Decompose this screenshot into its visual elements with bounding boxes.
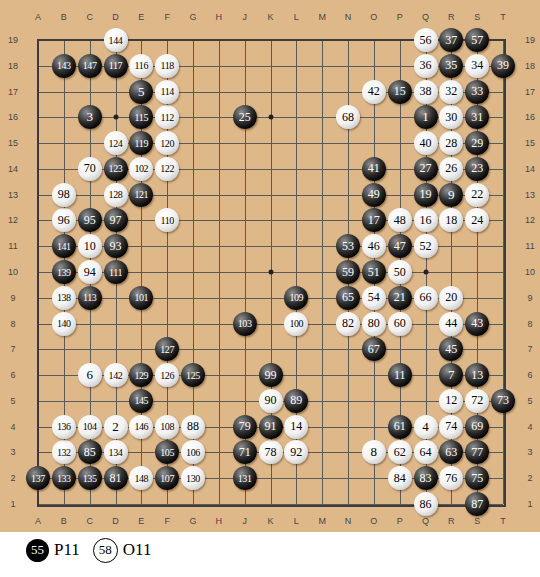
stone-black-s4[interactable]: 69 <box>465 415 489 439</box>
coordinate-label-right-3: 3 <box>527 447 532 457</box>
coordinate-label-bottom-p: P <box>397 516 403 526</box>
coordinate-label-bottom-j: J <box>242 516 247 526</box>
coordinate-label-left-5: 5 <box>10 396 15 406</box>
stone-white-q3[interactable]: 64 <box>414 440 438 464</box>
coordinate-label-top-q: Q <box>422 12 429 22</box>
stone-white-b13[interactable]: 98 <box>52 183 76 207</box>
coordinate-label-left-14: 14 <box>8 164 18 174</box>
stone-white-n8[interactable]: 82 <box>336 312 360 336</box>
coordinate-label-right-5: 5 <box>527 396 532 406</box>
stone-black-c12[interactable]: 95 <box>78 208 102 232</box>
stone-white-p2[interactable]: 84 <box>388 466 412 490</box>
stone-black-r6[interactable]: 7 <box>439 363 463 387</box>
stone-white-q4[interactable]: 4 <box>414 415 438 439</box>
coordinate-label-left-13: 13 <box>8 190 18 200</box>
coordinate-label-bottom-m: M <box>318 516 326 526</box>
stone-white-o8[interactable]: 80 <box>362 312 386 336</box>
stone-white-r14[interactable]: 26 <box>439 157 463 181</box>
stone-black-q2[interactable]: 83 <box>414 466 438 490</box>
stone-black-s19[interactable]: 57 <box>465 28 489 52</box>
coordinate-label-left-18: 18 <box>8 61 18 71</box>
stone-black-f2[interactable]: 107 <box>155 466 179 490</box>
stone-white-d6[interactable]: 142 <box>104 363 128 387</box>
stone-white-g2[interactable]: 130 <box>181 466 205 490</box>
stone-black-o10[interactable]: 51 <box>362 260 386 284</box>
stone-white-n16[interactable]: 68 <box>336 105 360 129</box>
coordinate-label-left-17: 17 <box>8 87 18 97</box>
stone-black-e13[interactable]: 121 <box>129 183 153 207</box>
stone-black-d14[interactable]: 123 <box>104 157 128 181</box>
stone-white-f14[interactable]: 122 <box>155 157 179 181</box>
stone-black-o12[interactable]: 17 <box>362 208 386 232</box>
stone-black-b2[interactable]: 133 <box>52 466 76 490</box>
stone-black-e16[interactable]: 115 <box>129 105 153 129</box>
stone-black-s17[interactable]: 33 <box>465 80 489 104</box>
stone-black-j4[interactable]: 79 <box>233 415 257 439</box>
coordinate-label-right-10: 10 <box>525 267 535 277</box>
stone-black-c3[interactable]: 85 <box>78 440 102 464</box>
stone-white-q15[interactable]: 40 <box>414 131 438 155</box>
stone-black-n9[interactable]: 65 <box>336 286 360 310</box>
stone-white-r16[interactable]: 30 <box>439 105 463 129</box>
stone-white-q19[interactable]: 56 <box>414 28 438 52</box>
stone-white-q12[interactable]: 16 <box>414 208 438 232</box>
coordinate-label-left-6: 6 <box>10 370 15 380</box>
stone-white-r12[interactable]: 18 <box>439 208 463 232</box>
stone-black-k4[interactable]: 91 <box>259 415 283 439</box>
stone-white-d3[interactable]: 134 <box>104 440 128 464</box>
caption-point-label: P11 <box>54 540 80 560</box>
stone-white-q9[interactable]: 66 <box>414 286 438 310</box>
stone-black-k6[interactable]: 99 <box>259 363 283 387</box>
star-point-k16 <box>268 115 273 120</box>
coordinate-label-bottom-k: K <box>267 516 273 526</box>
stone-white-p8[interactable]: 60 <box>388 312 412 336</box>
stone-white-k3[interactable]: 78 <box>259 440 283 464</box>
coordinate-label-top-k: K <box>267 12 273 22</box>
coordinate-label-right-4: 4 <box>527 422 532 432</box>
stone-white-d4[interactable]: 2 <box>104 415 128 439</box>
coordinate-label-top-m: M <box>318 12 326 22</box>
stone-black-c2[interactable]: 135 <box>78 466 102 490</box>
stone-black-f3[interactable]: 105 <box>155 440 179 464</box>
stone-white-c6[interactable]: 6 <box>78 363 102 387</box>
stone-white-f17[interactable]: 114 <box>155 80 179 104</box>
coordinate-label-left-3: 3 <box>10 447 15 457</box>
stone-black-t18[interactable]: 39 <box>491 54 515 78</box>
stone-white-s13[interactable]: 22 <box>465 183 489 207</box>
coordinate-label-top-e: E <box>138 12 144 22</box>
coordinate-label-bottom-r: R <box>448 516 455 526</box>
stone-black-r13[interactable]: 9 <box>439 183 463 207</box>
stone-black-o14[interactable]: 41 <box>362 157 386 181</box>
stone-black-c9[interactable]: 113 <box>78 286 102 310</box>
coordinate-label-top-g: G <box>189 12 196 22</box>
coordinate-label-right-6: 6 <box>527 370 532 380</box>
stone-black-s15[interactable]: 29 <box>465 131 489 155</box>
coordinate-label-bottom-s: S <box>474 516 480 526</box>
coordinate-label-bottom-n: N <box>345 516 352 526</box>
stone-black-j8[interactable]: 103 <box>233 312 257 336</box>
stone-white-l3[interactable]: 92 <box>284 440 308 464</box>
stone-white-c11[interactable]: 10 <box>78 234 102 258</box>
stone-white-b8[interactable]: 140 <box>52 312 76 336</box>
stone-black-l9[interactable]: 109 <box>284 286 308 310</box>
stone-white-e4[interactable]: 146 <box>129 415 153 439</box>
coordinate-label-bottom-l: L <box>294 516 299 526</box>
caption-point-label: O11 <box>123 540 152 560</box>
coordinate-label-top-f: F <box>164 12 170 22</box>
go-game-diagram: AABBCCDDEEFFGGHHJJKKLLMMNNOOPPQQRRSSTT19… <box>0 0 540 577</box>
stone-white-r15[interactable]: 28 <box>439 131 463 155</box>
coordinate-label-left-9: 9 <box>10 293 15 303</box>
coordinate-label-left-10: 10 <box>8 267 18 277</box>
stone-white-q17[interactable]: 38 <box>414 80 438 104</box>
stone-black-e9[interactable]: 101 <box>129 286 153 310</box>
stone-black-p4[interactable]: 61 <box>388 415 412 439</box>
coordinate-label-left-19: 19 <box>8 35 18 45</box>
coordinate-label-top-j: J <box>242 12 247 22</box>
coordinate-label-right-13: 13 <box>525 190 535 200</box>
stone-black-c18[interactable]: 147 <box>78 54 102 78</box>
stone-white-c4[interactable]: 104 <box>78 415 102 439</box>
coordinate-label-top-h: H <box>216 12 223 22</box>
coordinate-label-top-p: P <box>397 12 403 22</box>
coordinate-label-bottom-f: F <box>164 516 170 526</box>
stone-black-g6[interactable]: 125 <box>181 363 205 387</box>
stone-black-e5[interactable]: 145 <box>129 389 153 413</box>
stone-black-s2[interactable]: 75 <box>465 466 489 490</box>
stone-white-d13[interactable]: 128 <box>104 183 128 207</box>
stone-white-b9[interactable]: 138 <box>52 286 76 310</box>
coordinate-label-top-d: D <box>112 12 119 22</box>
stone-black-q13[interactable]: 19 <box>414 183 438 207</box>
coordinate-label-bottom-c: C <box>86 516 93 526</box>
go-board[interactable]: AABBCCDDEEFFGGHHJJKKLLMMNNOOPPQQRRSSTT19… <box>0 0 540 532</box>
stone-black-p9[interactable]: 21 <box>388 286 412 310</box>
stone-black-a2[interactable]: 137 <box>26 466 50 490</box>
coordinate-label-bottom-q: Q <box>422 516 429 526</box>
stone-white-r2[interactable]: 76 <box>439 466 463 490</box>
star-point-d16 <box>113 115 118 120</box>
coordinate-label-left-15: 15 <box>8 138 18 148</box>
stone-black-b18[interactable]: 143 <box>52 54 76 78</box>
coordinate-label-right-8: 8 <box>527 319 532 329</box>
coordinate-label-left-4: 4 <box>10 422 15 432</box>
stone-black-t5[interactable]: 73 <box>491 389 515 413</box>
stone-black-s16[interactable]: 31 <box>465 105 489 129</box>
stone-white-p10[interactable]: 50 <box>388 260 412 284</box>
stone-black-j3[interactable]: 71 <box>233 440 257 464</box>
coordinate-label-right-12: 12 <box>525 215 535 225</box>
coordinate-label-left-16: 16 <box>8 112 18 122</box>
coordinate-label-bottom-h: H <box>216 516 223 526</box>
coordinate-label-top-l: L <box>294 12 299 22</box>
coordinate-label-right-2: 2 <box>527 473 532 483</box>
coordinate-label-top-b: B <box>61 12 67 22</box>
stone-black-l5[interactable]: 89 <box>284 389 308 413</box>
stone-black-r3[interactable]: 63 <box>439 440 463 464</box>
stone-black-d10[interactable]: 111 <box>104 260 128 284</box>
stone-black-r7[interactable]: 45 <box>439 337 463 361</box>
stone-white-f18[interactable]: 118 <box>155 54 179 78</box>
stone-white-r9[interactable]: 20 <box>439 286 463 310</box>
stone-white-s5[interactable]: 72 <box>465 389 489 413</box>
stone-white-o3[interactable]: 8 <box>362 440 386 464</box>
stone-black-j2[interactable]: 131 <box>233 466 257 490</box>
stone-black-s6[interactable]: 13 <box>465 363 489 387</box>
stone-black-p6[interactable]: 11 <box>388 363 412 387</box>
coordinate-label-right-11: 11 <box>525 241 534 251</box>
stone-white-k5[interactable]: 90 <box>259 389 283 413</box>
stone-white-r5[interactable]: 12 <box>439 389 463 413</box>
stone-black-s3[interactable]: 77 <box>465 440 489 464</box>
stone-black-s1[interactable]: 87 <box>465 492 489 516</box>
coordinate-label-left-11: 11 <box>8 241 17 251</box>
stone-black-e6[interactable]: 129 <box>129 363 153 387</box>
stone-black-q14[interactable]: 27 <box>414 157 438 181</box>
coordinate-label-left-12: 12 <box>8 215 18 225</box>
stone-white-c14[interactable]: 70 <box>78 157 102 181</box>
stone-white-p3[interactable]: 62 <box>388 440 412 464</box>
caption-stone-black-55: 55 <box>26 539 49 562</box>
coordinate-label-top-r: R <box>448 12 455 22</box>
stone-white-e18[interactable]: 116 <box>129 54 153 78</box>
stone-black-j16[interactable]: 25 <box>233 105 257 129</box>
stone-white-s12[interactable]: 24 <box>465 208 489 232</box>
coordinate-label-right-16: 16 <box>525 112 535 122</box>
coordinate-label-top-a: A <box>35 12 41 22</box>
star-point-k10 <box>268 270 273 275</box>
stone-black-e15[interactable]: 119 <box>129 131 153 155</box>
coordinate-label-left-2: 2 <box>10 473 15 483</box>
coordinate-label-top-s: S <box>474 12 480 22</box>
stone-black-o13[interactable]: 49 <box>362 183 386 207</box>
stone-white-q18[interactable]: 36 <box>414 54 438 78</box>
coordinate-label-left-1: 1 <box>10 499 15 509</box>
stone-black-p17[interactable]: 15 <box>388 80 412 104</box>
stone-white-e2[interactable]: 148 <box>129 466 153 490</box>
coordinate-label-right-15: 15 <box>525 138 535 148</box>
stone-black-q16[interactable]: 1 <box>414 105 438 129</box>
stone-black-e17[interactable]: 5 <box>129 80 153 104</box>
stone-white-d19[interactable]: 144 <box>104 28 128 52</box>
stone-white-o9[interactable]: 54 <box>362 286 386 310</box>
stone-black-b10[interactable]: 139 <box>52 260 76 284</box>
coordinate-label-bottom-e: E <box>138 516 144 526</box>
coordinate-label-bottom-o: O <box>370 516 377 526</box>
stone-black-o7[interactable]: 67 <box>362 337 386 361</box>
stone-white-f15[interactable]: 120 <box>155 131 179 155</box>
stone-white-r4[interactable]: 74 <box>439 415 463 439</box>
stone-white-p12[interactable]: 48 <box>388 208 412 232</box>
stone-white-f16[interactable]: 112 <box>155 105 179 129</box>
stone-black-d18[interactable]: 117 <box>104 54 128 78</box>
coordinate-label-left-8: 8 <box>10 319 15 329</box>
coordinate-label-bottom-g: G <box>189 516 196 526</box>
stone-white-e14[interactable]: 102 <box>129 157 153 181</box>
stone-white-f4[interactable]: 108 <box>155 415 179 439</box>
stone-black-b11[interactable]: 141 <box>52 234 76 258</box>
stone-white-r8[interactable]: 44 <box>439 312 463 336</box>
stone-black-s8[interactable]: 43 <box>465 312 489 336</box>
stone-black-p11[interactable]: 47 <box>388 234 412 258</box>
stone-white-r17[interactable]: 32 <box>439 80 463 104</box>
coordinate-label-bottom-t: T <box>500 516 506 526</box>
coordinate-label-right-19: 19 <box>525 35 535 45</box>
star-point-q10 <box>423 270 428 275</box>
coordinate-label-left-7: 7 <box>10 344 15 354</box>
coordinate-label-top-o: O <box>370 12 377 22</box>
coordinate-label-bottom-b: B <box>61 516 67 526</box>
coordinate-label-top-t: T <box>500 12 506 22</box>
coordinate-label-right-17: 17 <box>525 87 535 97</box>
stone-white-g3[interactable]: 106 <box>181 440 205 464</box>
stone-black-c16[interactable]: 3 <box>78 105 102 129</box>
stone-white-c10[interactable]: 94 <box>78 260 102 284</box>
stone-black-f7[interactable]: 127 <box>155 337 179 361</box>
stone-black-n10[interactable]: 59 <box>336 260 360 284</box>
stone-black-n11[interactable]: 53 <box>336 234 360 258</box>
stone-white-l4[interactable]: 14 <box>284 415 308 439</box>
move-annotation-caption: 55P1158O11 <box>26 534 159 566</box>
coordinate-label-right-7: 7 <box>527 344 532 354</box>
stone-white-f12[interactable]: 110 <box>155 208 179 232</box>
stone-white-b12[interactable]: 96 <box>52 208 76 232</box>
stone-white-b4[interactable]: 136 <box>52 415 76 439</box>
stone-white-s18[interactable]: 34 <box>465 54 489 78</box>
stone-white-o11[interactable]: 46 <box>362 234 386 258</box>
coordinate-label-right-9: 9 <box>527 293 532 303</box>
coordinate-label-bottom-d: D <box>112 516 119 526</box>
stone-black-r18[interactable]: 35 <box>439 54 463 78</box>
stone-white-q1[interactable]: 86 <box>414 492 438 516</box>
stone-black-d11[interactable]: 93 <box>104 234 128 258</box>
coordinate-label-right-14: 14 <box>525 164 535 174</box>
stone-black-d2[interactable]: 81 <box>104 466 128 490</box>
stone-black-r19[interactable]: 37 <box>439 28 463 52</box>
coordinate-label-right-1: 1 <box>527 499 532 509</box>
stone-black-d12[interactable]: 97 <box>104 208 128 232</box>
coordinate-label-right-18: 18 <box>525 61 535 71</box>
stone-white-f6[interactable]: 126 <box>155 363 179 387</box>
coordinate-label-bottom-a: A <box>35 516 41 526</box>
stone-black-s14[interactable]: 23 <box>465 157 489 181</box>
stone-white-b3[interactable]: 132 <box>52 440 76 464</box>
stone-white-o17[interactable]: 42 <box>362 80 386 104</box>
coordinate-label-top-c: C <box>86 12 93 22</box>
stone-white-q11[interactable]: 52 <box>414 234 438 258</box>
stone-white-d15[interactable]: 124 <box>104 131 128 155</box>
stone-white-l8[interactable]: 100 <box>284 312 308 336</box>
stone-white-g4[interactable]: 88 <box>181 415 205 439</box>
caption-stone-white-58: 58 <box>93 538 118 563</box>
coordinate-label-top-n: N <box>345 12 352 22</box>
